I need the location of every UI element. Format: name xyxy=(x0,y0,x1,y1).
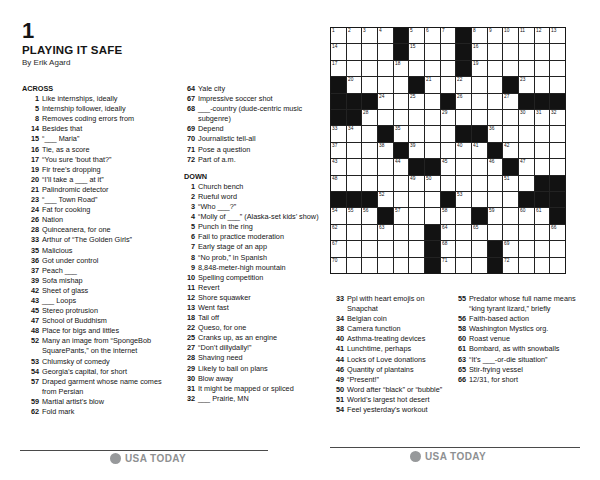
clue-number: 58 xyxy=(452,324,469,334)
clue-across-47: 47School of Buddhism xyxy=(22,316,170,326)
cell-r7c6[interactable] xyxy=(409,126,424,141)
cell-r13c14[interactable] xyxy=(535,225,550,240)
cell-r1c7[interactable]: 6 xyxy=(425,28,440,43)
clue-number: 52 xyxy=(22,336,42,356)
clue-text: School of Buddhism xyxy=(42,316,170,326)
clue-across-15: 15“___ Maria” xyxy=(22,134,170,144)
cell-number: 29 xyxy=(442,110,447,115)
cell-number: 71 xyxy=(442,258,447,263)
cell-r5c11[interactable] xyxy=(488,94,503,109)
cell-r11c9[interactable]: 53 xyxy=(456,192,471,207)
cell-r9c2[interactable] xyxy=(347,159,362,174)
clue-text: Removes coding errors from xyxy=(42,114,170,124)
clue-down-33: 33Ppl with heart emojis on Snapchat xyxy=(330,294,451,314)
cell-r9c10[interactable] xyxy=(472,159,487,174)
cell-r12c8[interactable]: 58 xyxy=(441,208,456,223)
cell-r5c9[interactable]: 26 xyxy=(456,94,471,109)
cell-r13c5[interactable] xyxy=(394,225,409,240)
cell-r3c2[interactable] xyxy=(347,61,362,76)
cell-r14c2[interactable] xyxy=(347,241,362,256)
cell-r1c11[interactable]: 9 xyxy=(488,28,503,43)
cell-r10c2[interactable] xyxy=(347,176,362,191)
clue-text: “Molly of ___” (Alaska-set kids’ show) xyxy=(198,212,322,222)
clue-number: 36 xyxy=(22,256,42,266)
cell-r15c15[interactable] xyxy=(550,258,565,273)
cell-r15c10[interactable] xyxy=(472,258,487,273)
cell-r6c6[interactable] xyxy=(409,110,424,125)
cell-r11c4[interactable]: 52 xyxy=(378,192,393,207)
cell-r9c14[interactable] xyxy=(535,159,550,174)
cell-r10c7[interactable]: 50 xyxy=(425,176,440,191)
cell-r9c8[interactable]: 45 xyxy=(441,159,456,174)
clue-text: 8,848-meter-high mountain xyxy=(198,263,322,273)
cell-r15c4[interactable] xyxy=(378,258,393,273)
cell-r4c14[interactable] xyxy=(535,77,550,92)
cell-number: 42 xyxy=(504,143,509,148)
cell-r4c2[interactable]: 20 xyxy=(347,77,362,92)
down-header: DOWN xyxy=(184,172,322,182)
cell-r2c13[interactable] xyxy=(519,44,534,59)
cell-r7c12[interactable] xyxy=(503,126,518,141)
clue-number: 13 xyxy=(184,303,198,313)
clue-down-18: 18Tail off xyxy=(184,313,322,323)
cell-r8c7[interactable] xyxy=(425,143,440,158)
black-cell-r4c6 xyxy=(409,77,424,92)
clue-number: 50 xyxy=(330,385,347,395)
cell-r4c7[interactable]: 21 xyxy=(425,77,440,92)
clue-number: 26 xyxy=(22,215,42,225)
cell-r8c1[interactable]: 37 xyxy=(331,143,346,158)
clue-across-24: 24Fat for cooking xyxy=(22,205,170,215)
cell-r2c8[interactable] xyxy=(441,44,456,59)
clue-text: Place for bigs and littles xyxy=(42,326,170,336)
clue-number: 9 xyxy=(184,263,198,273)
cell-r12c12[interactable] xyxy=(503,208,518,223)
cell-r3c3[interactable] xyxy=(362,61,377,76)
cell-r15c3[interactable] xyxy=(362,258,377,273)
clue-across-68: 68___-country (dude-centric music subgen… xyxy=(184,104,322,124)
cell-r1c6[interactable]: 5 xyxy=(409,28,424,43)
cell-r11c10[interactable] xyxy=(472,192,487,207)
cell-r7c8[interactable] xyxy=(441,126,456,141)
cell-r14c1[interactable]: 67 xyxy=(331,241,346,256)
cell-r14c8[interactable]: 68 xyxy=(441,241,456,256)
cell-r10c9[interactable] xyxy=(456,176,471,191)
clue-text: Got under control xyxy=(42,256,170,266)
cell-r3c15[interactable] xyxy=(550,61,565,76)
cell-number: 24 xyxy=(379,94,384,99)
clue-across-5: 5Internship follower, ideally xyxy=(22,104,170,114)
cell-r9c1[interactable]: 43 xyxy=(331,159,346,174)
cell-r12c2[interactable]: 55 xyxy=(347,208,362,223)
clue-number: 71 xyxy=(184,145,198,155)
clue-across-43: 43___ Loops xyxy=(22,296,170,306)
cell-r2c12[interactable] xyxy=(503,44,518,59)
cell-r8c3[interactable] xyxy=(362,143,377,158)
cell-number: 19 xyxy=(473,61,478,66)
cell-r10c5[interactable] xyxy=(394,176,409,191)
cell-r13c8[interactable]: 64 xyxy=(441,225,456,240)
cell-r9c15[interactable] xyxy=(550,159,565,174)
clue-text: Palindromic detector xyxy=(42,185,170,195)
clue-number: 46 xyxy=(330,365,347,375)
clue-text: “___ Maria” xyxy=(42,134,170,144)
cell-r12c5[interactable]: 57 xyxy=(394,208,409,223)
cell-number: 37 xyxy=(332,143,337,148)
cell-r1c13[interactable]: 11 xyxy=(519,28,534,43)
cell-number: 63 xyxy=(379,225,384,230)
clue-across-67: 67Impressive soccer shot xyxy=(184,94,322,104)
cell-number: 2 xyxy=(348,28,351,33)
cell-number: 58 xyxy=(442,208,447,213)
cell-r14c5[interactable] xyxy=(394,241,409,256)
cell-r15c6[interactable] xyxy=(409,258,424,273)
cell-r3c11[interactable] xyxy=(488,61,503,76)
clue-number: 66 xyxy=(452,375,469,385)
cell-r12c1[interactable]: 54 xyxy=(331,208,346,223)
clue-text: Impressive soccer shot xyxy=(198,94,322,104)
cell-r12c11[interactable]: 59 xyxy=(488,208,503,223)
cell-r3c8[interactable] xyxy=(441,61,456,76)
cell-r6c13[interactable]: 30 xyxy=(519,110,534,125)
cell-r2c7[interactable] xyxy=(425,44,440,59)
cell-r15c12[interactable]: 72 xyxy=(503,258,518,273)
clue-down-6: 6Fail to practice moderation xyxy=(184,232,322,242)
cell-r15c14[interactable] xyxy=(535,258,550,273)
cell-r8c8[interactable] xyxy=(441,143,456,158)
clue-number: 24 xyxy=(22,205,42,215)
clue-across-8: 8Removes coding errors from xyxy=(22,114,170,124)
clue-text: Arthur of “The Golden Girls” xyxy=(42,235,170,245)
clue-number: 53 xyxy=(22,357,42,367)
cell-number: 45 xyxy=(442,159,447,164)
cell-r10c1[interactable]: 48 xyxy=(331,176,346,191)
cell-r4c10[interactable] xyxy=(472,77,487,92)
clue-number: 6 xyxy=(184,232,198,242)
cell-r5c6[interactable]: 25 xyxy=(409,94,424,109)
cell-r11c12[interactable] xyxy=(503,192,518,207)
cell-number: 62 xyxy=(332,225,337,230)
clue-down-11: 11Revert xyxy=(184,283,322,293)
cell-r13c12[interactable] xyxy=(503,225,518,240)
cell-r1c3[interactable]: 3 xyxy=(362,28,377,43)
cell-r5c10[interactable] xyxy=(472,94,487,109)
cell-r4c5[interactable] xyxy=(394,77,409,92)
cell-r15c9[interactable] xyxy=(456,258,471,273)
cell-r13c1[interactable]: 62 xyxy=(331,225,346,240)
cell-r3c6[interactable] xyxy=(409,61,424,76)
cell-r4c8[interactable] xyxy=(441,77,456,92)
cell-r2c2[interactable] xyxy=(347,44,362,59)
clue-text: ___ Loops xyxy=(42,296,170,306)
clue-text: Quinceanera, for one xyxy=(42,225,170,235)
puzzle-byline: By Erik Agard xyxy=(22,58,70,67)
cell-r5c5[interactable] xyxy=(394,94,409,109)
clue-down-34: 34Belgian coin xyxy=(330,314,451,324)
black-cell-r10c15 xyxy=(550,176,565,191)
cell-r10c8[interactable] xyxy=(441,176,456,191)
clue-down-2: 2Rueful word xyxy=(184,192,322,202)
cell-r15c8[interactable]: 71 xyxy=(441,258,456,273)
clue-number: 10 xyxy=(184,273,198,283)
crossword-book-spread: 1 PLAYING IT SAFE By Erik Agard ACROSS1L… xyxy=(0,0,600,480)
cell-r15c2[interactable] xyxy=(347,258,362,273)
clue-down-51: 51World’s largest hot desert xyxy=(330,395,451,405)
cell-r4c9[interactable]: 22 xyxy=(456,77,471,92)
cell-r2c3[interactable] xyxy=(362,44,377,59)
clue-text: Many an image from “SpongeBob SquarePant… xyxy=(42,336,170,356)
cell-r13c9[interactable] xyxy=(456,225,471,240)
clue-number: 5 xyxy=(184,222,198,232)
cell-number: 51 xyxy=(504,176,509,181)
cell-r4c15[interactable] xyxy=(550,77,565,92)
clue-number: 49 xyxy=(330,375,347,385)
cell-r7c11[interactable]: 36 xyxy=(488,126,503,141)
clue-across-48: 48Place for bigs and littles xyxy=(22,326,170,336)
cell-r10c11[interactable] xyxy=(488,176,503,191)
cell-r12c9[interactable] xyxy=(456,208,471,223)
cell-r14c6[interactable] xyxy=(409,241,424,256)
clue-down-44: 44Locks of Love donations xyxy=(330,355,451,365)
clue-across-37: 37Peach ___ xyxy=(22,266,170,276)
cell-r4c3[interactable] xyxy=(362,77,377,92)
cell-r14c14[interactable] xyxy=(535,241,550,256)
black-cell-r2c5 xyxy=(394,44,409,59)
clue-number: 32 xyxy=(184,394,198,404)
cell-r12c3[interactable]: 56 xyxy=(362,208,377,223)
clue-across-20: 20“I’ll take a ___ at it” xyxy=(22,175,170,185)
cell-r8c9[interactable]: 40 xyxy=(456,143,471,158)
cell-r8c14[interactable] xyxy=(535,143,550,158)
cell-r13c10[interactable]: 65 xyxy=(472,225,487,240)
clue-across-17: 17“You sure ’bout that?” xyxy=(22,155,170,165)
clue-text: World’s largest hot desert xyxy=(347,395,451,405)
cell-r5c12[interactable]: 27 xyxy=(503,94,518,109)
cell-r2c6[interactable]: 15 xyxy=(409,44,424,59)
cell-r2c4[interactable] xyxy=(378,44,393,59)
black-cell-r11c1 xyxy=(331,192,346,207)
cell-r5c4[interactable]: 24 xyxy=(378,94,393,109)
cell-r9c5[interactable]: 44 xyxy=(394,159,409,174)
black-cell-r7c10 xyxy=(472,126,487,141)
cell-r7c14[interactable] xyxy=(535,126,550,141)
cell-r1c8[interactable]: 7 xyxy=(441,28,456,43)
clue-number: 25 xyxy=(184,333,198,343)
cell-r2c10[interactable]: 16 xyxy=(472,44,487,59)
clue-text: Roast venue xyxy=(469,334,583,344)
cell-r6c3[interactable]: 28 xyxy=(362,110,377,125)
page-number: 1 xyxy=(22,20,34,42)
cell-r12c6[interactable] xyxy=(409,208,424,223)
clue-text: ___-country (dude-centric music subgenre… xyxy=(198,104,322,124)
cell-r6c8[interactable]: 29 xyxy=(441,110,456,125)
cell-r9c3[interactable] xyxy=(362,159,377,174)
cell-r11c7[interactable] xyxy=(425,192,440,207)
cell-r5c7[interactable] xyxy=(425,94,440,109)
clue-text: Cranks up, as an engine xyxy=(198,333,322,343)
cell-r13c11[interactable] xyxy=(488,225,503,240)
black-cell-r8c11 xyxy=(488,143,503,158)
cell-r7c5[interactable]: 35 xyxy=(394,126,409,141)
cell-r13c13[interactable] xyxy=(519,225,534,240)
clue-down-5: 5Punch in the ring xyxy=(184,222,322,232)
black-cell-r14c7 xyxy=(425,241,440,256)
cell-r7c3[interactable] xyxy=(362,126,377,141)
clue-number: 59 xyxy=(22,397,42,407)
cell-r3c7[interactable] xyxy=(425,61,440,76)
cell-r14c12[interactable]: 69 xyxy=(503,241,518,256)
cell-r7c2[interactable]: 34 xyxy=(347,126,362,141)
cell-r8c12[interactable]: 42 xyxy=(503,143,518,158)
cell-r3c1[interactable]: 17 xyxy=(331,61,346,76)
cell-r13c3[interactable] xyxy=(362,225,377,240)
clue-number: 43 xyxy=(22,296,42,306)
cell-r3c14[interactable] xyxy=(535,61,550,76)
clue-number: 28 xyxy=(184,353,198,363)
cell-r6c4[interactable] xyxy=(378,110,393,125)
cell-r2c1[interactable]: 14 xyxy=(331,44,346,59)
cell-r10c3[interactable] xyxy=(362,176,377,191)
cell-number: 23 xyxy=(520,77,525,82)
black-cell-r12c10 xyxy=(472,208,487,223)
clue-number: 15 xyxy=(22,134,42,144)
cell-r10c6[interactable]: 49 xyxy=(409,176,424,191)
cell-r6c9[interactable] xyxy=(456,110,471,125)
cell-r10c4[interactable] xyxy=(378,176,393,191)
cell-r6c12[interactable] xyxy=(503,110,518,125)
cell-r8c13[interactable] xyxy=(519,143,534,158)
clue-number: 12 xyxy=(184,293,198,303)
clue-text: Queso, for one xyxy=(198,323,322,333)
clue-number: 8 xyxy=(22,114,42,124)
cell-r13c15[interactable]: 66 xyxy=(550,225,565,240)
cell-r13c4[interactable]: 63 xyxy=(378,225,393,240)
clue-down-12: 12Shore squawker xyxy=(184,293,322,303)
clue-text: Blow away xyxy=(198,374,322,384)
cell-r4c11[interactable] xyxy=(488,77,503,92)
cell-r9c13[interactable]: 47 xyxy=(519,159,534,174)
cell-number: 64 xyxy=(442,225,447,230)
cell-r12c13[interactable]: 60 xyxy=(519,208,534,223)
cell-r3c13[interactable] xyxy=(519,61,534,76)
cell-number: 59 xyxy=(489,208,494,213)
cell-r3c4[interactable] xyxy=(378,61,393,76)
cell-r7c1[interactable]: 33 xyxy=(331,126,346,141)
black-cell-r10c14 xyxy=(535,176,550,191)
cell-r1c14[interactable]: 12 xyxy=(535,28,550,43)
clue-text: Sheet of glass xyxy=(42,286,170,296)
cell-r9c11[interactable]: 46 xyxy=(488,159,503,174)
cell-r8c10[interactable]: 41 xyxy=(472,143,487,158)
cell-r6c14[interactable]: 31 xyxy=(535,110,550,125)
cell-r9c4[interactable] xyxy=(378,159,393,174)
clue-down-10: 10Spelling competition xyxy=(184,273,322,283)
clue-text: ___ Prairie, MN xyxy=(198,394,322,404)
cell-r1c15[interactable]: 13 xyxy=(550,28,565,43)
cell-r7c13[interactable] xyxy=(519,126,534,141)
cell-r9c9[interactable] xyxy=(456,159,471,174)
cell-r10c10[interactable] xyxy=(472,176,487,191)
black-cell-r5c2 xyxy=(347,94,362,109)
cell-r12c14[interactable]: 61 xyxy=(535,208,550,223)
cell-r14c13[interactable] xyxy=(519,241,534,256)
clue-across-57: 57Draped garment whose name comes from P… xyxy=(22,377,170,397)
cell-r4c4[interactable] xyxy=(378,77,393,92)
cell-number: 46 xyxy=(489,159,494,164)
usa-today-logo: USA TODAY xyxy=(410,451,486,462)
cell-r8c4[interactable]: 38 xyxy=(378,143,393,158)
cell-r15c13[interactable] xyxy=(519,258,534,273)
clue-text: “Present!” xyxy=(347,375,451,385)
cell-r2c11[interactable] xyxy=(488,44,503,59)
cell-r6c10[interactable] xyxy=(472,110,487,125)
cell-r10c13[interactable] xyxy=(519,176,534,191)
cell-r15c1[interactable]: 70 xyxy=(331,258,346,273)
cell-r6c11[interactable] xyxy=(488,110,503,125)
cell-r7c15[interactable] xyxy=(550,126,565,141)
cell-r6c7[interactable] xyxy=(425,110,440,125)
clue-text: Fat for cooking xyxy=(42,205,170,215)
cell-r4c13[interactable]: 23 xyxy=(519,77,534,92)
cell-r13c6[interactable] xyxy=(409,225,424,240)
cell-r2c14[interactable] xyxy=(535,44,550,59)
cell-r11c5[interactable] xyxy=(394,192,409,207)
cell-number: 61 xyxy=(536,208,541,213)
cell-r11c6[interactable] xyxy=(409,192,424,207)
cell-r14c15[interactable] xyxy=(550,241,565,256)
cell-r3c12[interactable] xyxy=(503,61,518,76)
cell-r14c4[interactable] xyxy=(378,241,393,256)
cell-r10c12[interactable]: 51 xyxy=(503,176,518,191)
clue-text: “I’ll take a ___ at it” xyxy=(42,175,170,185)
clue-text: Fold mark xyxy=(42,407,170,417)
cell-r7c7[interactable] xyxy=(425,126,440,141)
clue-across-42: 42Sheet of glass xyxy=(22,286,170,296)
black-cell-r11c8 xyxy=(441,192,456,207)
cell-r8c6[interactable]: 39 xyxy=(409,143,424,158)
cell-r12c7[interactable] xyxy=(425,208,440,223)
cell-r14c3[interactable] xyxy=(362,241,377,256)
cell-r1c12[interactable]: 10 xyxy=(503,28,518,43)
cell-r1c4[interactable]: 4 xyxy=(378,28,393,43)
cell-r8c15[interactable] xyxy=(550,143,565,158)
spacer xyxy=(184,165,322,172)
cell-r6c15[interactable]: 32 xyxy=(550,110,565,125)
cell-r14c10[interactable] xyxy=(472,241,487,256)
cell-r8c2[interactable] xyxy=(347,143,362,158)
cell-r2c15[interactable] xyxy=(550,44,565,59)
cell-r11c11[interactable] xyxy=(488,192,503,207)
clue-number: 27 xyxy=(184,343,198,353)
cell-r1c10[interactable]: 8 xyxy=(472,28,487,43)
cell-r1c1[interactable]: 1 xyxy=(331,28,346,43)
cell-r3c10[interactable]: 19 xyxy=(472,61,487,76)
black-cell-r11c15 xyxy=(550,192,565,207)
clue-across-28: 28Quinceanera, for one xyxy=(22,225,170,235)
clue-across-36: 36Got under control xyxy=(22,256,170,266)
black-cell-r11c3 xyxy=(362,192,377,207)
cell-r1c2[interactable]: 2 xyxy=(347,28,362,43)
clue-text: Malicious xyxy=(42,246,170,256)
cell-r6c5[interactable] xyxy=(394,110,409,125)
cell-r3c5[interactable]: 18 xyxy=(394,61,409,76)
cell-r15c5[interactable] xyxy=(394,258,409,273)
clue-text: Peach ___ xyxy=(42,266,170,276)
clue-across-1: 1Like internships, ideally xyxy=(22,94,170,104)
cell-r14c9[interactable] xyxy=(456,241,471,256)
clue-number: 17 xyxy=(22,155,42,165)
cell-r13c2[interactable] xyxy=(347,225,362,240)
